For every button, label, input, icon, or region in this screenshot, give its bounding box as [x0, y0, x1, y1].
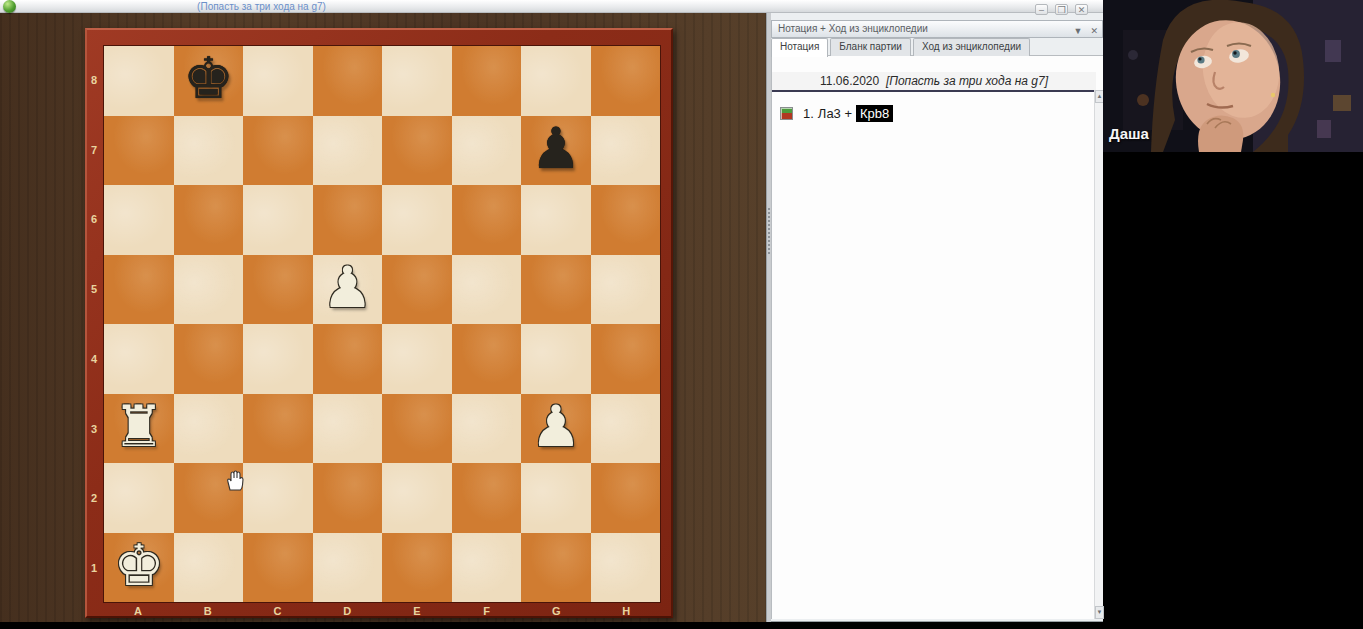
notation-content: 11.06.2020 [Попасть за три хода на g7] 1… [771, 56, 1103, 619]
square-f8[interactable] [452, 46, 522, 116]
square-g7[interactable]: ♟ [521, 116, 591, 186]
rank-label-6: 6 [87, 185, 101, 255]
square-g4[interactable] [521, 324, 591, 394]
file-label-G: G [522, 603, 592, 619]
file-label-C: C [243, 603, 313, 619]
square-e1[interactable] [382, 533, 452, 603]
square-g8[interactable] [521, 46, 591, 116]
piece-bK-b8[interactable]: ♚ [183, 50, 234, 107]
splitter-grip-icon [768, 208, 770, 254]
rank-label-1: 1 [87, 533, 101, 603]
notation-tabs: Нотация Бланк партии Ход из энциклопедии [771, 38, 1103, 56]
square-a7[interactable] [104, 116, 174, 186]
square-g5[interactable] [521, 255, 591, 325]
square-b6[interactable] [174, 185, 244, 255]
square-a4[interactable] [104, 324, 174, 394]
square-e7[interactable] [382, 116, 452, 186]
square-b7[interactable] [174, 116, 244, 186]
square-f4[interactable] [452, 324, 522, 394]
square-h4[interactable] [591, 324, 661, 394]
piece-wR-a3[interactable]: ♜ [113, 398, 164, 455]
square-c2[interactable] [243, 463, 313, 533]
square-b1[interactable] [174, 533, 244, 603]
file-label-H: H [591, 603, 661, 619]
square-a1[interactable]: ♚ [104, 533, 174, 603]
webcam-video: Даша [1103, 0, 1363, 152]
square-g1[interactable] [521, 533, 591, 603]
square-a8[interactable] [104, 46, 174, 116]
game-date: 11.06.2020 [820, 74, 879, 88]
square-g2[interactable] [521, 463, 591, 533]
square-g3[interactable]: ♟ [521, 394, 591, 464]
file-label-E: E [382, 603, 452, 619]
square-a5[interactable] [104, 255, 174, 325]
notation-panel-title: Нотация + Ход из энциклопедии [778, 23, 928, 34]
file-label-B: B [173, 603, 243, 619]
square-a3[interactable]: ♜ [104, 394, 174, 464]
tab-scoresheet[interactable]: Бланк партии [830, 38, 911, 56]
window-buttons: – ❒ ✕ [1035, 4, 1088, 15]
panel-close-icon[interactable]: ✕ [1090, 23, 1098, 39]
square-d2[interactable] [313, 463, 383, 533]
chess-board[interactable]: ♚♟♟♜♟♚ [103, 45, 661, 603]
notation-scrollbar[interactable]: ▲ ▼ [1094, 90, 1103, 619]
square-d3[interactable] [313, 394, 383, 464]
move-line[interactable]: 1. Ла3 + Крb8 [780, 104, 893, 122]
move-black-selected[interactable]: Крb8 [856, 105, 893, 122]
square-f6[interactable] [452, 185, 522, 255]
square-f5[interactable] [452, 255, 522, 325]
file-label-D: D [312, 603, 382, 619]
game-event: [Попасть за три хода на g7] [883, 74, 1048, 88]
rank-label-5: 5 [87, 254, 101, 324]
window-titlebar: (Попасть за три хода на g7) [0, 0, 1103, 13]
chess-board-frame: 87654321 ♚♟♟♜♟♚ ABCDEFGH [85, 28, 673, 618]
square-b8[interactable]: ♚ [174, 46, 244, 116]
rank-labels: 87654321 [87, 45, 103, 603]
square-h8[interactable] [591, 46, 661, 116]
square-d5[interactable]: ♟ [313, 255, 383, 325]
piece-wP-d5[interactable]: ♟ [322, 259, 373, 316]
rank-label-2: 2 [87, 464, 101, 534]
piece-wP-g3[interactable]: ♟ [530, 398, 581, 455]
square-d1[interactable] [313, 533, 383, 603]
tab-encyclopedia-move[interactable]: Ход из энциклопедии [913, 38, 1030, 56]
square-f7[interactable] [452, 116, 522, 186]
square-b4[interactable] [174, 324, 244, 394]
square-f3[interactable] [452, 394, 522, 464]
square-h6[interactable] [591, 185, 661, 255]
file-label-A: A [103, 603, 173, 619]
square-e6[interactable] [382, 185, 452, 255]
square-h3[interactable] [591, 394, 661, 464]
game-header: 11.06.2020 [Попасть за три хода на g7] [772, 72, 1096, 92]
square-b5[interactable] [174, 255, 244, 325]
square-d7[interactable] [313, 116, 383, 186]
square-c8[interactable] [243, 46, 313, 116]
square-a2[interactable] [104, 463, 174, 533]
square-c7[interactable] [243, 116, 313, 186]
square-g6[interactable] [521, 185, 591, 255]
scroll-down-icon[interactable]: ▼ [1095, 606, 1104, 619]
rank-label-3: 3 [87, 394, 101, 464]
board-window: 87654321 ♚♟♟♜♟♚ ABCDEFGH [0, 13, 766, 622]
square-h2[interactable] [591, 463, 661, 533]
square-f2[interactable] [452, 463, 522, 533]
rank-label-7: 7 [87, 115, 101, 185]
square-a6[interactable] [104, 185, 174, 255]
square-e2[interactable] [382, 463, 452, 533]
piece-bP-g7[interactable]: ♟ [530, 120, 581, 177]
rank-label-4: 4 [87, 324, 101, 394]
minimize-icon[interactable]: – [1035, 4, 1048, 15]
close-icon[interactable]: ✕ [1075, 4, 1088, 15]
square-e3[interactable] [382, 394, 452, 464]
move-white[interactable]: Ла3 + [818, 106, 852, 121]
square-b3[interactable] [174, 394, 244, 464]
move-number: 1. [803, 106, 814, 121]
square-c6[interactable] [243, 185, 313, 255]
diagram-icon [780, 107, 793, 120]
square-d6[interactable] [313, 185, 383, 255]
notation-panel-titlebar[interactable]: Нотация + Ход из энциклопедии ▼ ✕ [771, 20, 1103, 38]
square-d8[interactable] [313, 46, 383, 116]
square-c5[interactable] [243, 255, 313, 325]
hand-cursor-icon [223, 468, 247, 492]
tab-notation[interactable]: Нотация [771, 38, 828, 57]
square-f1[interactable] [452, 533, 522, 603]
webcam-name-label: Даша [1109, 125, 1149, 142]
piece-wK-a1[interactable]: ♚ [113, 537, 164, 594]
square-c1[interactable] [243, 533, 313, 603]
square-h5[interactable] [591, 255, 661, 325]
square-c3[interactable] [243, 394, 313, 464]
square-e4[interactable] [382, 324, 452, 394]
screen: (Попасть за три хода на g7) – ❒ ✕ 876543… [0, 0, 1363, 629]
file-labels: ABCDEFGH [103, 603, 661, 619]
square-c4[interactable] [243, 324, 313, 394]
square-h7[interactable] [591, 116, 661, 186]
panel-dropdown-icon[interactable]: ▼ [1074, 23, 1083, 39]
square-h1[interactable] [591, 533, 661, 603]
square-e8[interactable] [382, 46, 452, 116]
file-label-F: F [452, 603, 522, 619]
square-e5[interactable] [382, 255, 452, 325]
rank-label-8: 8 [87, 45, 101, 115]
maximize-icon[interactable]: ❒ [1055, 4, 1068, 15]
window-title: (Попасть за три хода на g7) [0, 0, 523, 13]
square-d4[interactable] [313, 324, 383, 394]
notation-panel: Нотация + Ход из энциклопедии ▼ ✕ Нотаци… [771, 13, 1103, 622]
